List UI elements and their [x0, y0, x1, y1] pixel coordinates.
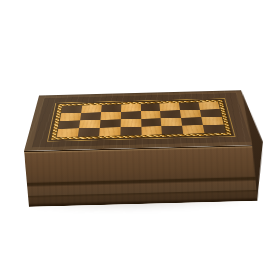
case-front-face-with-seam: [24, 145, 260, 207]
board-square: [182, 125, 204, 134]
board-square: [78, 128, 100, 137]
board-square: [141, 126, 162, 135]
braid-border-inlay: [50, 100, 232, 141]
product-photo-chess-backgammon-case: [0, 0, 280, 280]
case-top-face: [24, 90, 259, 151]
wooden-case: [0, 0, 280, 280]
walnut-lid-surface: [24, 90, 259, 151]
chessboard: [57, 102, 226, 137]
board-square: [203, 125, 226, 134]
board-square: [57, 128, 79, 137]
board-square: [162, 126, 184, 135]
board-square: [120, 127, 141, 136]
board-square: [99, 127, 120, 136]
